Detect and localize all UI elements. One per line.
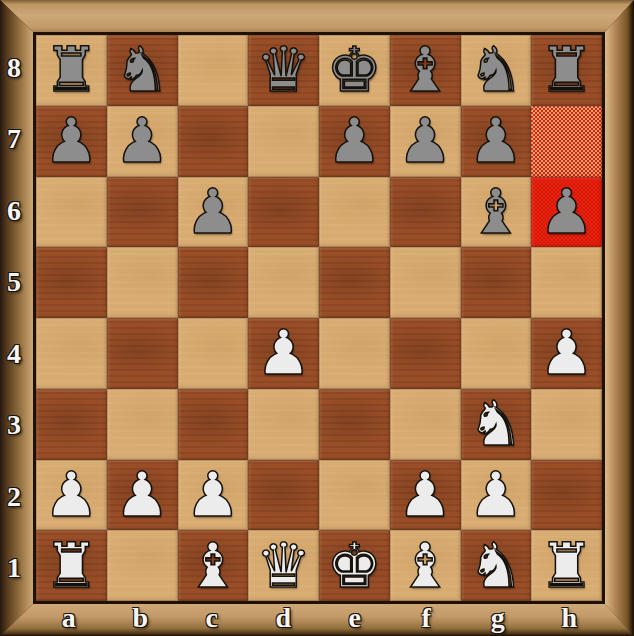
square-d5[interactable] (248, 247, 319, 318)
square-a2[interactable]: ♟ (36, 460, 107, 531)
white-king-e1[interactable]: ♚ (327, 535, 383, 597)
square-f7[interactable]: ♟ (390, 106, 461, 177)
white-rook-a1[interactable]: ♜ (44, 535, 100, 597)
white-knight-g1[interactable]: ♞ (468, 535, 524, 597)
square-a7[interactable]: ♟ (36, 106, 107, 177)
file-label-c: c (176, 604, 248, 636)
square-d1[interactable]: ♛ (248, 530, 319, 601)
white-rook-h1[interactable]: ♜ (539, 535, 595, 597)
square-f1[interactable]: ♝ (390, 530, 461, 601)
square-e4[interactable] (319, 318, 390, 389)
square-b3[interactable] (107, 389, 178, 460)
square-f3[interactable] (390, 389, 461, 460)
chess-app: 87654321 abcdefgh ♜♞♛♚♝♞♜♟♟♟♟♟♟♝♟♟♟♞♟♟♟♟… (0, 0, 634, 636)
square-e2[interactable] (319, 460, 390, 531)
black-bishop-g6[interactable]: ♝ (468, 181, 524, 243)
file-label-g: g (462, 604, 534, 636)
square-c7[interactable] (178, 106, 249, 177)
rank-label-8: 8 (0, 32, 28, 104)
black-pawn-f7[interactable]: ♟ (397, 110, 453, 172)
rank-label-2: 2 (0, 461, 28, 533)
square-a6[interactable] (36, 177, 107, 248)
square-g5[interactable] (461, 247, 532, 318)
square-g7[interactable]: ♟ (461, 106, 532, 177)
square-b5[interactable] (107, 247, 178, 318)
square-f6[interactable] (390, 177, 461, 248)
square-a1[interactable]: ♜ (36, 530, 107, 601)
square-e1[interactable]: ♚ (319, 530, 390, 601)
square-c3[interactable] (178, 389, 249, 460)
square-f8[interactable]: ♝ (390, 35, 461, 106)
square-d3[interactable] (248, 389, 319, 460)
white-bishop-c1[interactable]: ♝ (185, 535, 241, 597)
black-queen-d8[interactable]: ♛ (256, 39, 312, 101)
white-knight-g3[interactable]: ♞ (468, 393, 524, 455)
square-g6[interactable]: ♝ (461, 177, 532, 248)
square-a3[interactable] (36, 389, 107, 460)
white-pawn-b2[interactable]: ♟ (114, 464, 170, 526)
file-label-f: f (391, 604, 463, 636)
square-f5[interactable] (390, 247, 461, 318)
white-queen-d1[interactable]: ♛ (256, 535, 312, 597)
square-a4[interactable] (36, 318, 107, 389)
square-d8[interactable]: ♛ (248, 35, 319, 106)
file-labels: abcdefgh (33, 604, 605, 636)
white-pawn-h4[interactable]: ♟ (539, 322, 595, 384)
black-knight-g8[interactable]: ♞ (468, 39, 524, 101)
square-h2[interactable] (531, 460, 602, 531)
black-pawn-h6[interactable]: ♟ (539, 181, 595, 243)
square-c8[interactable] (178, 35, 249, 106)
square-h6[interactable]: ♟ (531, 177, 602, 248)
square-g3[interactable]: ♞ (461, 389, 532, 460)
black-rook-h8[interactable]: ♜ (539, 39, 595, 101)
rank-label-6: 6 (0, 175, 28, 247)
black-pawn-a7[interactable]: ♟ (44, 110, 100, 172)
file-label-h: h (534, 604, 606, 636)
square-c6[interactable]: ♟ (178, 177, 249, 248)
square-h4[interactable]: ♟ (531, 318, 602, 389)
black-bishop-f8[interactable]: ♝ (397, 39, 453, 101)
chess-board: ♜♞♛♚♝♞♜♟♟♟♟♟♟♝♟♟♟♞♟♟♟♟♟♜♝♛♚♝♞♜ (33, 32, 605, 604)
square-e7[interactable]: ♟ (319, 106, 390, 177)
black-king-e8[interactable]: ♚ (327, 39, 383, 101)
square-c2[interactable]: ♟ (178, 460, 249, 531)
square-h8[interactable]: ♜ (531, 35, 602, 106)
rank-label-5: 5 (0, 247, 28, 319)
rank-labels: 87654321 (0, 32, 28, 604)
black-knight-b8[interactable]: ♞ (114, 39, 170, 101)
square-c5[interactable] (178, 247, 249, 318)
square-a5[interactable] (36, 247, 107, 318)
board-frame-top (0, 0, 634, 32)
square-c1[interactable]: ♝ (178, 530, 249, 601)
white-pawn-d4[interactable]: ♟ (256, 322, 312, 384)
square-h1[interactable]: ♜ (531, 530, 602, 601)
black-pawn-c6[interactable]: ♟ (185, 181, 241, 243)
square-e5[interactable] (319, 247, 390, 318)
square-c4[interactable] (178, 318, 249, 389)
square-d2[interactable] (248, 460, 319, 531)
black-rook-a8[interactable]: ♜ (44, 39, 100, 101)
black-pawn-e7[interactable]: ♟ (327, 110, 383, 172)
square-h7[interactable] (531, 106, 602, 177)
square-e3[interactable] (319, 389, 390, 460)
rank-label-3: 3 (0, 390, 28, 462)
square-b8[interactable]: ♞ (107, 35, 178, 106)
black-pawn-b7[interactable]: ♟ (114, 110, 170, 172)
white-pawn-f2[interactable]: ♟ (397, 464, 453, 526)
square-e8[interactable]: ♚ (319, 35, 390, 106)
square-h5[interactable] (531, 247, 602, 318)
white-pawn-c2[interactable]: ♟ (185, 464, 241, 526)
square-h3[interactable] (531, 389, 602, 460)
square-b6[interactable] (107, 177, 178, 248)
square-g8[interactable]: ♞ (461, 35, 532, 106)
square-d4[interactable]: ♟ (248, 318, 319, 389)
file-label-e: e (319, 604, 391, 636)
square-b7[interactable]: ♟ (107, 106, 178, 177)
square-d6[interactable] (248, 177, 319, 248)
square-d7[interactable] (248, 106, 319, 177)
rank-label-1: 1 (0, 533, 28, 605)
white-pawn-a2[interactable]: ♟ (44, 464, 100, 526)
square-f4[interactable] (390, 318, 461, 389)
square-b2[interactable]: ♟ (107, 460, 178, 531)
square-g4[interactable] (461, 318, 532, 389)
square-e6[interactable] (319, 177, 390, 248)
black-pawn-g7[interactable]: ♟ (468, 110, 524, 172)
white-pawn-g2[interactable]: ♟ (468, 464, 524, 526)
square-g1[interactable]: ♞ (461, 530, 532, 601)
rank-label-4: 4 (0, 318, 28, 390)
square-b1[interactable] (107, 530, 178, 601)
board-frame-right (605, 0, 634, 636)
file-label-d: d (248, 604, 320, 636)
file-label-b: b (105, 604, 177, 636)
rank-label-7: 7 (0, 104, 28, 176)
square-g2[interactable]: ♟ (461, 460, 532, 531)
file-label-a: a (33, 604, 105, 636)
square-a8[interactable]: ♜ (36, 35, 107, 106)
square-b4[interactable] (107, 318, 178, 389)
square-f2[interactable]: ♟ (390, 460, 461, 531)
white-bishop-f1[interactable]: ♝ (397, 535, 453, 597)
